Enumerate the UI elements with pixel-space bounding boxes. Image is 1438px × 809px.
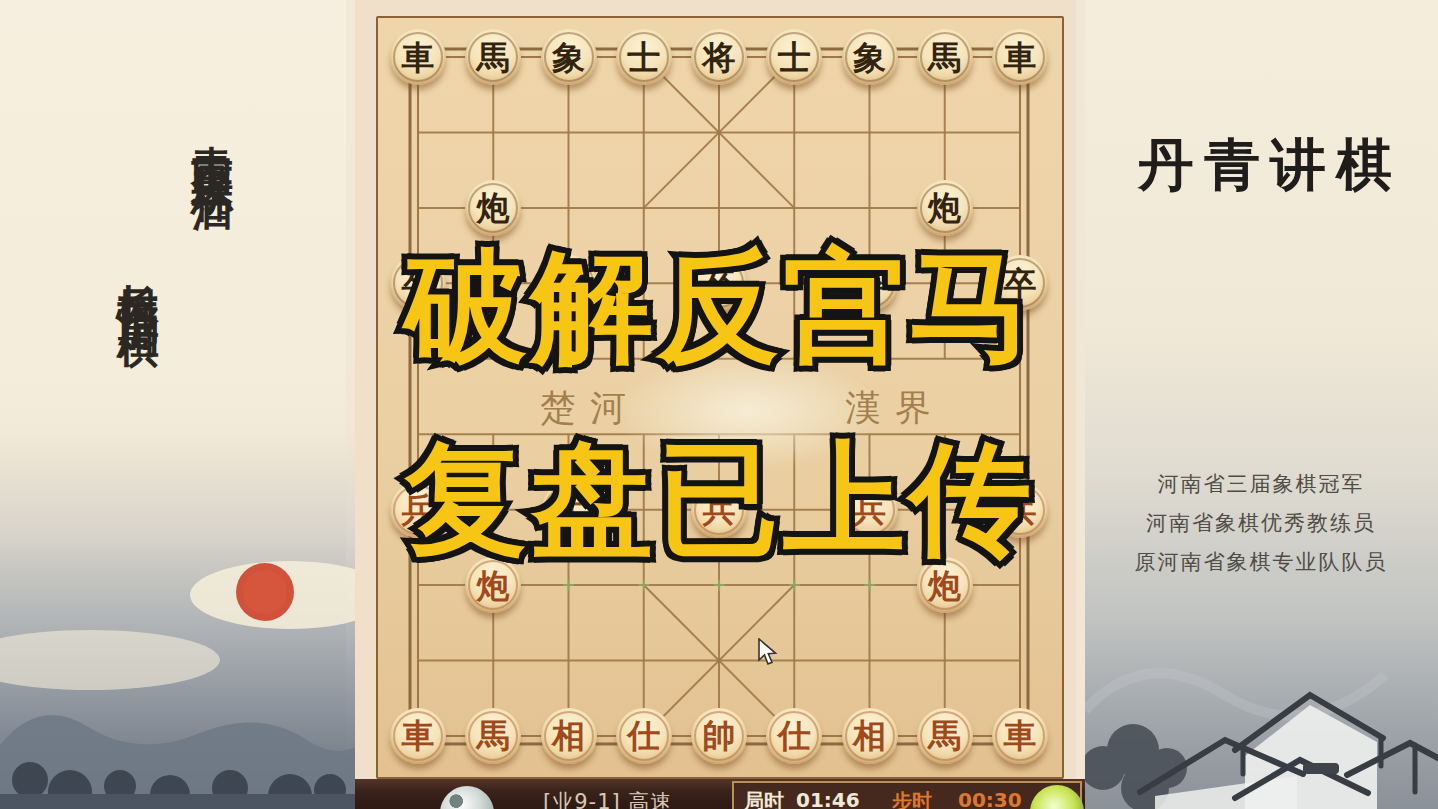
- piece-帥-red[interactable]: 帥: [691, 708, 747, 764]
- piece-車-black[interactable]: 車: [992, 29, 1048, 85]
- game-status-bar: [业9-1] 高速 局时 01:46 步时 00:30: [355, 779, 1085, 809]
- video-right-edge: [1076, 0, 1085, 809]
- step-time-value: 00:30: [958, 788, 1022, 809]
- piece-将-black[interactable]: 将: [691, 29, 747, 85]
- credential-line: 河南省三届象棋冠军: [1098, 470, 1424, 498]
- overlay-title-line2: 复盘已上传: [355, 428, 1085, 572]
- player-avatar[interactable]: [440, 786, 494, 809]
- river-label-han: 漢界: [845, 384, 945, 433]
- credential-line: 原河南省象棋专业队队员: [1098, 548, 1424, 576]
- game-time-value: 01:46: [796, 788, 860, 809]
- board-point-marker: +: [711, 577, 727, 593]
- piece-相-red[interactable]: 相: [842, 708, 898, 764]
- piece-士-black[interactable]: 士: [616, 29, 672, 85]
- piece-炮-black[interactable]: 炮: [917, 180, 973, 236]
- piece-仕-red[interactable]: 仕: [766, 708, 822, 764]
- board-point-marker: +: [786, 577, 802, 593]
- board-point-marker: +: [636, 577, 652, 593]
- credential-line: 河南省象棋优秀教练员: [1098, 509, 1424, 537]
- time-panel: 局时 01:46 步时 00:30: [732, 781, 1082, 809]
- piece-馬-red[interactable]: 馬: [917, 708, 973, 764]
- piece-象-black[interactable]: 象: [541, 29, 597, 85]
- piece-馬-black[interactable]: 馬: [465, 29, 521, 85]
- piece-馬-red[interactable]: 馬: [465, 708, 521, 764]
- channel-title: 丹青讲棋: [1118, 128, 1422, 204]
- village-ink-scene: [1085, 560, 1438, 809]
- piece-相-red[interactable]: 相: [541, 708, 597, 764]
- step-time-label: 步时: [892, 788, 932, 809]
- overlay-title-line1: 破解反宫马: [355, 236, 1085, 380]
- game-time-label: 局时: [744, 788, 784, 809]
- piece-馬-black[interactable]: 馬: [917, 29, 973, 85]
- poem-line-2: 长日惟消一局棋: [116, 250, 160, 299]
- mouse-cursor: [756, 638, 780, 666]
- board-point-marker: +: [862, 577, 878, 593]
- piece-仕-red[interactable]: 仕: [616, 708, 672, 764]
- piece-車-red[interactable]: 車: [992, 708, 1048, 764]
- left-mountain-scene: [0, 540, 355, 809]
- piece-炮-black[interactable]: 炮: [465, 180, 521, 236]
- poem-line-1: 青山不厌三杯酒: [190, 112, 234, 161]
- river-label-chu: 楚河: [540, 384, 640, 433]
- piece-象-black[interactable]: 象: [842, 29, 898, 85]
- screenshot-stage: 青山不厌三杯酒 长日惟消一局棋 丹青讲棋 河南省三届象棋冠军 河南省象棋优秀教练…: [0, 0, 1438, 809]
- board-point-marker: +: [561, 577, 577, 593]
- piece-車-red[interactable]: 車: [390, 708, 446, 764]
- player-name: [业9-1] 高速: [543, 788, 672, 809]
- piece-士-black[interactable]: 士: [766, 29, 822, 85]
- piece-車-black[interactable]: 車: [390, 29, 446, 85]
